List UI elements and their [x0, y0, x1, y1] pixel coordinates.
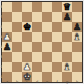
rank-label-3: 3 [0, 52, 3, 62]
chess-board: ♛♟♚♟♟♝♟♟♝♚ [1, 1, 83, 83]
square-c5[interactable] [22, 32, 32, 42]
file-label-e: e [42, 81, 52, 84]
rank-label-4: 4 [0, 42, 3, 52]
square-d4[interactable] [32, 42, 42, 52]
square-f3[interactable] [52, 52, 62, 62]
square-h2[interactable] [72, 62, 82, 72]
square-c6[interactable]: ♚ [22, 22, 32, 32]
square-b2[interactable] [12, 62, 22, 72]
square-b4[interactable] [12, 42, 22, 52]
square-b3[interactable] [12, 52, 22, 62]
square-e7[interactable] [42, 12, 52, 22]
square-f6[interactable] [52, 22, 62, 32]
square-e8[interactable] [42, 2, 52, 12]
square-h4[interactable] [72, 42, 82, 52]
rank-label-5: 5 [0, 32, 3, 42]
square-e6[interactable] [42, 22, 52, 32]
square-c8[interactable] [22, 2, 32, 12]
square-a4[interactable]: ♟ [2, 42, 12, 52]
square-f7[interactable] [52, 12, 62, 22]
file-label-g: g [62, 81, 72, 84]
square-d8[interactable] [32, 2, 42, 12]
file-label-c: c [22, 81, 32, 84]
square-h8[interactable] [72, 2, 82, 12]
piece-black-pawn[interactable]: ♟ [2, 42, 12, 52]
square-h5[interactable]: ♝ [72, 32, 82, 42]
square-g6[interactable] [62, 22, 72, 32]
square-f8[interactable] [52, 2, 62, 12]
file-label-b: b [12, 81, 22, 84]
piece-white-bishop[interactable]: ♝ [62, 62, 72, 72]
square-b5[interactable] [12, 32, 22, 42]
square-a2[interactable] [2, 62, 12, 72]
square-d6[interactable] [32, 22, 42, 32]
square-f4[interactable] [52, 42, 62, 52]
square-h3[interactable] [72, 52, 82, 62]
piece-white-bishop[interactable]: ♝ [72, 32, 82, 42]
square-b6[interactable] [12, 22, 22, 32]
rank-label-7: 7 [0, 12, 3, 22]
rank-label-8: 8 [0, 2, 3, 12]
square-a7[interactable] [2, 12, 12, 22]
square-b7[interactable] [12, 12, 22, 22]
square-e4[interactable] [42, 42, 52, 52]
square-a3[interactable] [2, 52, 12, 62]
rank-label-2: 2 [0, 62, 3, 72]
square-a8[interactable] [2, 2, 12, 12]
square-g7[interactable]: ♟ [62, 12, 72, 22]
rank-label-6: 6 [0, 22, 3, 32]
square-e2[interactable] [42, 62, 52, 72]
file-label-d: d [32, 81, 42, 84]
square-e5[interactable] [42, 32, 52, 42]
square-d5[interactable] [32, 32, 42, 42]
square-f2[interactable] [52, 62, 62, 72]
square-g5[interactable] [62, 32, 72, 42]
square-f5[interactable] [52, 32, 62, 42]
square-g4[interactable] [62, 42, 72, 52]
square-d3[interactable] [32, 52, 42, 62]
chess-diagram: ♛♟♚♟♟♝♟♟♝♚ 87654321abcdefgh [0, 0, 84, 84]
square-d7[interactable] [32, 12, 42, 22]
piece-black-pawn[interactable]: ♟ [62, 12, 72, 22]
square-c4[interactable] [22, 42, 32, 52]
square-e3[interactable] [42, 52, 52, 62]
file-label-a: a [2, 81, 12, 84]
file-label-f: f [52, 81, 62, 84]
square-b8[interactable] [12, 2, 22, 12]
square-g2[interactable]: ♝ [62, 62, 72, 72]
file-label-h: h [72, 81, 82, 84]
square-d2[interactable] [32, 62, 42, 72]
piece-black-king[interactable]: ♚ [22, 22, 32, 32]
